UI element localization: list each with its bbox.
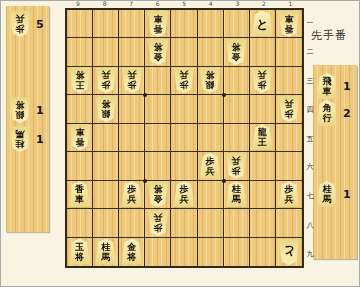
piece-kanji: 角行 bbox=[322, 102, 332, 124]
square-9-1[interactable] bbox=[67, 10, 93, 38]
square-5-8[interactable] bbox=[171, 209, 197, 237]
piece-kanji: 歩兵 bbox=[284, 183, 294, 205]
file-label-6: 6 bbox=[145, 0, 171, 7]
sente-hand-count-飛車: 1 bbox=[343, 80, 351, 93]
square-1-3[interactable] bbox=[276, 67, 302, 95]
sente-hand-count-桂馬: 1 bbox=[343, 188, 351, 201]
file-label-4: 4 bbox=[198, 0, 224, 7]
piece-3-7[interactable]: 桂馬 bbox=[225, 181, 247, 207]
piece-kanji: 桂馬 bbox=[101, 241, 111, 263]
piece-9-5[interactable]: 香車 bbox=[69, 124, 91, 150]
piece-kanji: 歩兵 bbox=[101, 70, 111, 92]
piece-3-2[interactable]: 金将 bbox=[225, 39, 247, 65]
piece-2-5[interactable]: 龍王 bbox=[251, 124, 273, 150]
piece-kanji: と bbox=[282, 246, 296, 258]
rank-label-2: 二 bbox=[305, 47, 315, 57]
square-4-5[interactable] bbox=[198, 124, 224, 152]
sente-komadai: 飛車1角行2桂馬1 bbox=[313, 65, 357, 259]
piece-kanji: 龍王 bbox=[257, 126, 267, 148]
square-3-3[interactable] bbox=[224, 67, 250, 95]
piece-7-9[interactable]: 金将 bbox=[121, 239, 143, 265]
square-1-9[interactable]: と bbox=[276, 238, 302, 266]
square-9-9[interactable]: 玉将 bbox=[67, 238, 93, 266]
square-2-4[interactable] bbox=[250, 95, 276, 123]
piece-kanji: 王将 bbox=[75, 70, 85, 92]
square-3-6[interactable]: 歩兵 bbox=[224, 152, 250, 180]
square-7-6[interactable] bbox=[119, 152, 145, 180]
square-9-6[interactable] bbox=[67, 152, 93, 180]
square-8-7[interactable] bbox=[93, 181, 119, 209]
square-1-8[interactable] bbox=[276, 209, 302, 237]
rank-label-4: 四 bbox=[305, 105, 315, 115]
piece-1-7[interactable]: 歩兵 bbox=[278, 181, 300, 207]
square-8-3[interactable]: 歩兵 bbox=[93, 67, 119, 95]
square-3-9[interactable] bbox=[224, 238, 250, 266]
piece-7-3[interactable]: 歩兵 bbox=[121, 67, 143, 93]
file-label-1: 1 bbox=[277, 0, 303, 7]
piece-9-9[interactable]: 玉将 bbox=[69, 239, 91, 265]
hoshi-dot bbox=[143, 93, 147, 97]
square-5-5[interactable] bbox=[171, 124, 197, 152]
square-6-4[interactable] bbox=[145, 95, 171, 123]
piece-1-1[interactable]: 香車 bbox=[278, 11, 300, 37]
shogi-diagram: 歩兵5銀将1桂馬1 先手番 飛車1角行2桂馬1 香車と香車金将金将王将歩兵歩兵歩… bbox=[0, 0, 360, 287]
square-7-3[interactable]: 歩兵 bbox=[119, 67, 145, 95]
piece-5-7[interactable]: 歩兵 bbox=[173, 181, 195, 207]
hoshi-dot bbox=[222, 179, 226, 183]
square-3-5[interactable] bbox=[224, 124, 250, 152]
file-label-8: 8 bbox=[92, 0, 118, 7]
piece-kanji: 歩兵 bbox=[15, 13, 25, 35]
square-4-8[interactable] bbox=[198, 209, 224, 237]
turn-indicator: 先手番 bbox=[311, 28, 347, 43]
piece-7-7[interactable]: 歩兵 bbox=[121, 181, 143, 207]
piece-4-6[interactable]: 歩兵 bbox=[199, 153, 221, 179]
square-6-7[interactable]: 金将 bbox=[145, 181, 171, 209]
square-3-2[interactable]: 金将 bbox=[224, 38, 250, 66]
piece-kanji: 桂馬 bbox=[322, 183, 332, 205]
square-7-5[interactable] bbox=[119, 124, 145, 152]
piece-kanji: 歩兵 bbox=[284, 98, 294, 120]
square-6-3[interactable] bbox=[145, 67, 171, 95]
piece-1-4[interactable]: 歩兵 bbox=[278, 96, 300, 122]
square-6-6[interactable] bbox=[145, 152, 171, 180]
square-5-7[interactable]: 歩兵 bbox=[171, 181, 197, 209]
rank-label-8: 八 bbox=[305, 220, 315, 230]
piece-kanji: 桂馬 bbox=[231, 183, 241, 205]
square-7-8[interactable] bbox=[119, 209, 145, 237]
piece-2-1[interactable]: と bbox=[251, 11, 273, 37]
square-4-9[interactable] bbox=[198, 238, 224, 266]
piece-kanji: 金将 bbox=[153, 183, 163, 205]
sente-hand-飛車[interactable]: 飛車 bbox=[316, 73, 338, 99]
square-9-3[interactable]: 王将 bbox=[67, 67, 93, 95]
square-6-9[interactable] bbox=[145, 238, 171, 266]
rank-label-7: 七 bbox=[305, 191, 315, 201]
file-label-3: 3 bbox=[224, 0, 250, 7]
square-7-1[interactable] bbox=[119, 10, 145, 38]
sente-hand-角行[interactable]: 角行 bbox=[316, 100, 338, 126]
piece-2-3[interactable]: 歩兵 bbox=[251, 67, 273, 93]
piece-kanji: 香車 bbox=[153, 13, 163, 35]
piece-9-7[interactable]: 香車 bbox=[69, 181, 91, 207]
square-3-7[interactable]: 桂馬 bbox=[224, 181, 250, 209]
piece-kanji: 桂馬 bbox=[15, 128, 25, 150]
gote-komadai: 歩兵5銀将1桂馬1 bbox=[6, 6, 49, 232]
square-9-8[interactable] bbox=[67, 209, 93, 237]
square-9-4[interactable] bbox=[67, 95, 93, 123]
piece-kanji: 歩兵 bbox=[205, 155, 215, 177]
square-1-5[interactable] bbox=[276, 124, 302, 152]
gote-hand-銀将[interactable]: 銀将 bbox=[9, 97, 31, 123]
piece-8-3[interactable]: 歩兵 bbox=[95, 67, 117, 93]
rank-label-6: 六 bbox=[305, 162, 315, 172]
rank-label-9: 九 bbox=[305, 249, 315, 259]
square-1-1[interactable]: 香車 bbox=[276, 10, 302, 38]
piece-kanji: 銀将 bbox=[101, 98, 111, 120]
piece-kanji: 歩兵 bbox=[257, 70, 267, 92]
square-4-4[interactable] bbox=[198, 95, 224, 123]
hoshi-dot bbox=[222, 93, 226, 97]
square-8-8[interactable] bbox=[93, 209, 119, 237]
square-2-9[interactable] bbox=[250, 238, 276, 266]
square-7-4[interactable] bbox=[119, 95, 145, 123]
square-4-1[interactable] bbox=[198, 10, 224, 38]
square-4-6[interactable]: 歩兵 bbox=[198, 152, 224, 180]
square-4-7[interactable] bbox=[198, 181, 224, 209]
file-label-7: 7 bbox=[118, 0, 144, 7]
square-7-7[interactable]: 歩兵 bbox=[119, 181, 145, 209]
square-8-5[interactable] bbox=[93, 124, 119, 152]
piece-6-7[interactable]: 金将 bbox=[147, 181, 169, 207]
square-3-1[interactable] bbox=[224, 10, 250, 38]
square-2-5[interactable]: 龍王 bbox=[250, 124, 276, 152]
piece-4-3[interactable]: 銀将 bbox=[199, 67, 221, 93]
piece-kanji: 香車 bbox=[284, 13, 294, 35]
piece-8-9[interactable]: 桂馬 bbox=[95, 239, 117, 265]
square-5-9[interactable] bbox=[171, 238, 197, 266]
hoshi-dot bbox=[143, 179, 147, 183]
square-8-4[interactable]: 銀将 bbox=[93, 95, 119, 123]
piece-kanji: 歩兵 bbox=[127, 183, 137, 205]
piece-kanji: 金将 bbox=[127, 241, 137, 263]
sente-hand-count-角行: 2 bbox=[343, 107, 351, 120]
piece-kanji: 玉将 bbox=[75, 241, 85, 263]
gote-hand-桂馬[interactable]: 桂馬 bbox=[9, 126, 31, 152]
square-2-7[interactable] bbox=[250, 181, 276, 209]
square-2-3[interactable]: 歩兵 bbox=[250, 67, 276, 95]
piece-kanji: 歩兵 bbox=[179, 70, 189, 92]
square-1-6[interactable] bbox=[276, 152, 302, 180]
rank-label-1: 一 bbox=[305, 18, 315, 28]
rank-label-5: 五 bbox=[305, 134, 315, 144]
gote-hand-count-銀将: 1 bbox=[36, 104, 44, 117]
square-5-2[interactable] bbox=[171, 38, 197, 66]
square-6-8[interactable]: 歩兵 bbox=[145, 209, 171, 237]
piece-6-2[interactable]: 金将 bbox=[147, 39, 169, 65]
square-8-2[interactable] bbox=[93, 38, 119, 66]
gote-hand-count-歩兵: 5 bbox=[36, 18, 44, 31]
square-7-2[interactable] bbox=[119, 38, 145, 66]
square-2-2[interactable] bbox=[250, 38, 276, 66]
square-7-9[interactable]: 金将 bbox=[119, 238, 145, 266]
square-2-6[interactable] bbox=[250, 152, 276, 180]
square-6-1[interactable]: 香車 bbox=[145, 10, 171, 38]
file-label-5: 5 bbox=[171, 0, 197, 7]
square-5-1[interactable] bbox=[171, 10, 197, 38]
square-1-7[interactable]: 歩兵 bbox=[276, 181, 302, 209]
gote-hand-歩兵[interactable]: 歩兵 bbox=[9, 11, 31, 37]
square-5-4[interactable] bbox=[171, 95, 197, 123]
piece-1-9[interactable]: と bbox=[278, 239, 300, 265]
file-label-2: 2 bbox=[251, 0, 277, 7]
square-5-6[interactable] bbox=[171, 152, 197, 180]
piece-kanji: 飛車 bbox=[322, 75, 332, 97]
square-9-7[interactable]: 香車 bbox=[67, 181, 93, 209]
piece-5-3[interactable]: 歩兵 bbox=[173, 67, 195, 93]
square-9-2[interactable] bbox=[67, 38, 93, 66]
piece-9-3[interactable]: 王将 bbox=[69, 67, 91, 93]
piece-3-6[interactable]: 歩兵 bbox=[225, 153, 247, 179]
piece-6-1[interactable]: 香車 bbox=[147, 11, 169, 37]
square-8-6[interactable] bbox=[93, 152, 119, 180]
piece-8-4[interactable]: 銀将 bbox=[95, 96, 117, 122]
square-4-2[interactable] bbox=[198, 38, 224, 66]
sente-hand-桂馬[interactable]: 桂馬 bbox=[316, 181, 338, 207]
square-2-1[interactable]: と bbox=[250, 10, 276, 38]
square-8-9[interactable]: 桂馬 bbox=[93, 238, 119, 266]
file-label-9: 9 bbox=[65, 0, 91, 7]
shogi-board: 香車と香車金将金将王将歩兵歩兵歩兵銀将歩兵銀将歩兵香車龍王歩兵歩兵香車歩兵金将歩… bbox=[65, 8, 304, 268]
piece-kanji: 歩兵 bbox=[127, 70, 137, 92]
square-8-1[interactable] bbox=[93, 10, 119, 38]
piece-kanji: 歩兵 bbox=[179, 183, 189, 205]
square-9-5[interactable]: 香車 bbox=[67, 124, 93, 152]
piece-kanji: 歩兵 bbox=[231, 155, 241, 177]
square-2-8[interactable] bbox=[250, 209, 276, 237]
gote-hand-count-桂馬: 1 bbox=[36, 133, 44, 146]
piece-kanji: 銀将 bbox=[15, 99, 25, 121]
square-3-4[interactable] bbox=[224, 95, 250, 123]
piece-kanji: 香車 bbox=[75, 183, 85, 205]
square-1-2[interactable] bbox=[276, 38, 302, 66]
piece-kanji: 金将 bbox=[231, 41, 241, 63]
square-6-2[interactable]: 金将 bbox=[145, 38, 171, 66]
rank-label-3: 三 bbox=[305, 76, 315, 86]
piece-kanji: と bbox=[255, 18, 269, 30]
square-3-8[interactable] bbox=[224, 209, 250, 237]
piece-kanji: 香車 bbox=[75, 126, 85, 148]
square-1-4[interactable]: 歩兵 bbox=[276, 95, 302, 123]
piece-kanji: 歩兵 bbox=[153, 212, 163, 234]
square-6-5[interactable] bbox=[145, 124, 171, 152]
piece-kanji: 金将 bbox=[153, 41, 163, 63]
square-4-3[interactable]: 銀将 bbox=[198, 67, 224, 95]
piece-6-8[interactable]: 歩兵 bbox=[147, 210, 169, 236]
piece-kanji: 銀将 bbox=[205, 70, 215, 92]
square-5-3[interactable]: 歩兵 bbox=[171, 67, 197, 95]
